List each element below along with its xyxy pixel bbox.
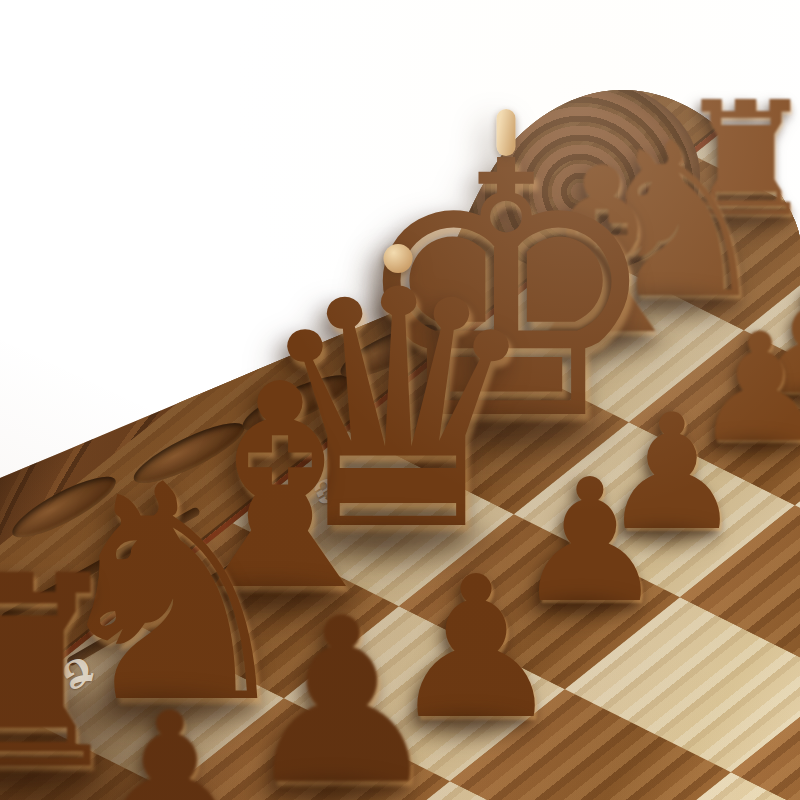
pawn-glyph: ♟: [92, 689, 249, 800]
king-finial-knob: [496, 109, 515, 157]
pieces-layer: ♜♞♝♛♚♝♞♜♟♟♟♟♟♟♟: [0, 0, 800, 800]
queen-finial-ball: [384, 244, 413, 273]
chess-set-photo: Ձ Յ ♜♞♝♛♚♝♞♜♟♟♟♟♟♟♟: [0, 0, 800, 800]
piece-white-pawn-b2[interactable]: ♟: [240, 588, 444, 800]
piece-white-pawn-a2[interactable]: ♟: [92, 689, 249, 800]
